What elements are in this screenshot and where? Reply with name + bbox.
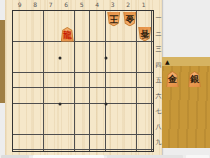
rank-label-1: 一 xyxy=(154,10,163,26)
hoshi-dot xyxy=(105,103,108,106)
file-label-1: 1 xyxy=(136,1,152,9)
hand-piece-gold[interactable]: 金 xyxy=(166,71,179,87)
piece-2a-gote-gold[interactable]: 金 xyxy=(123,12,137,27)
shogi-board: 987654321 一二三四五六七八九 王金香龍 xyxy=(5,0,162,155)
hoshi-dot xyxy=(58,103,61,106)
hoshi-dot xyxy=(105,56,108,59)
komadai-header: ▲ xyxy=(162,57,210,66)
piece-glyph: 金 xyxy=(166,73,179,88)
piece-glyph: 金 xyxy=(123,12,137,25)
file-label-7: 7 xyxy=(43,1,59,9)
piece-6b-sente-dragon[interactable]: 龍 xyxy=(61,27,75,42)
toolbar-button-fragment[interactable] xyxy=(186,155,209,158)
hoshi-dot xyxy=(58,56,61,59)
piece-glyph: 銀 xyxy=(188,73,201,88)
sente-marker-icon: ▲ xyxy=(165,58,170,65)
sente-komadai: ▲ 金銀 xyxy=(162,57,210,148)
rank-label-2: 二 xyxy=(154,26,163,42)
hand-piece-silver[interactable]: 銀 xyxy=(188,71,201,87)
piece-glyph: 香 xyxy=(138,27,152,40)
piece-3a-gote-king[interactable]: 王 xyxy=(107,12,121,27)
rank-label-3: 三 xyxy=(154,41,163,57)
file-label-5: 5 xyxy=(74,1,90,9)
file-label-4: 4 xyxy=(90,1,106,9)
piece-glyph: 王 xyxy=(107,12,121,25)
screen: 987654321 一二三四五六七八九 王金香龍 ▲ 金銀 xyxy=(0,0,210,158)
board-grid[interactable]: 王金香龍 xyxy=(12,10,154,152)
toolbar-button-fragment[interactable] xyxy=(33,155,104,158)
file-label-6: 6 xyxy=(59,1,75,9)
toolbar-button-fragment[interactable] xyxy=(107,155,183,158)
file-label-2: 2 xyxy=(121,1,137,9)
file-label-9: 9 xyxy=(12,1,28,9)
piece-1b-gote-lance[interactable]: 香 xyxy=(138,27,152,42)
toolbar-button-fragment[interactable] xyxy=(1,155,29,158)
file-label-8: 8 xyxy=(28,1,44,9)
file-label-3: 3 xyxy=(105,1,121,9)
piece-glyph: 龍 xyxy=(61,29,75,42)
